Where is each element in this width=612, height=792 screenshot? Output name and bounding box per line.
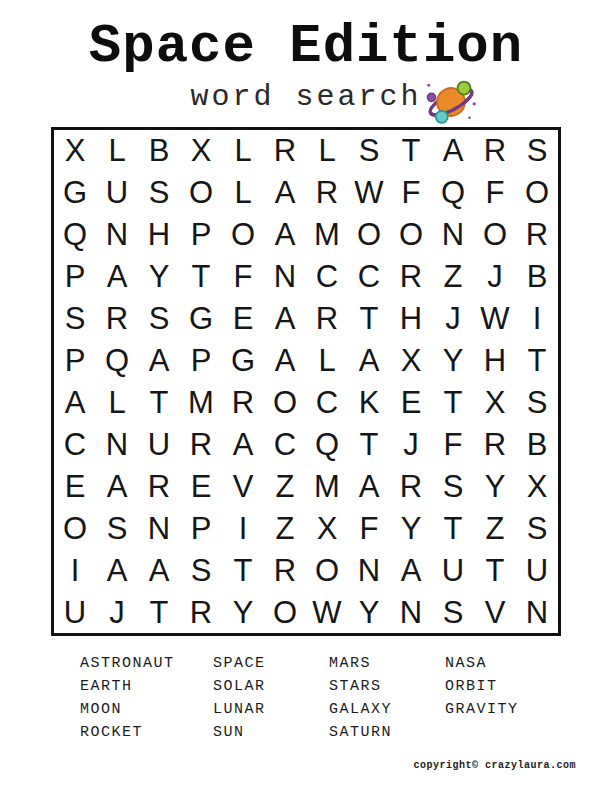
grid-cell[interactable]: L	[222, 172, 264, 214]
grid-cell[interactable]: S	[138, 298, 180, 340]
grid-cell[interactable]: I	[516, 298, 558, 340]
grid-cell[interactable]: U	[432, 549, 474, 591]
grid-cell[interactable]: S	[432, 465, 474, 507]
grid-cell[interactable]: S	[180, 549, 222, 591]
grid-cell[interactable]: A	[264, 172, 306, 214]
grid-cell[interactable]: A	[264, 298, 306, 340]
grid-cell[interactable]: J	[96, 591, 138, 633]
grid-cell[interactable]: G	[180, 298, 222, 340]
grid-cell[interactable]: A	[348, 465, 390, 507]
grid-cell[interactable]: Q	[96, 340, 138, 382]
page-subtitle: word search	[190, 80, 421, 114]
grid-cell[interactable]: A	[138, 340, 180, 382]
grid-cell[interactable]: T	[516, 340, 558, 382]
grid-cell[interactable]: N	[264, 256, 306, 298]
grid-cell[interactable]: S	[516, 382, 558, 424]
worksheet-page: Space Edition word search XLBXLRLSTARSGU…	[0, 0, 612, 792]
grid-cell[interactable]: A	[96, 549, 138, 591]
grid-cell[interactable]: F	[348, 507, 390, 549]
word-item: STARS	[329, 675, 445, 698]
grid-cell[interactable]: J	[432, 298, 474, 340]
grid-cell[interactable]: R	[264, 130, 306, 172]
grid-cell[interactable]: M	[180, 382, 222, 424]
grid-cell[interactable]: R	[180, 423, 222, 465]
grid-cell[interactable]: Z	[432, 256, 474, 298]
grid-cell[interactable]: B	[516, 256, 558, 298]
grid-cell[interactable]: G	[222, 340, 264, 382]
grid-cell[interactable]: I	[54, 549, 96, 591]
grid-cell[interactable]: M	[306, 214, 348, 256]
grid-cell[interactable]: N	[96, 423, 138, 465]
grid-cell[interactable]: P	[54, 340, 96, 382]
grid-cell[interactable]: L	[222, 130, 264, 172]
grid-cell[interactable]: W	[306, 591, 348, 633]
grid-cell[interactable]: O	[264, 382, 306, 424]
grid-cell[interactable]: X	[306, 507, 348, 549]
word-item: LUNAR	[213, 698, 329, 721]
grid-cell[interactable]: U	[54, 591, 96, 633]
grid-cell[interactable]: T	[348, 423, 390, 465]
grid-cell[interactable]: T	[390, 130, 432, 172]
grid-cell[interactable]: A	[264, 214, 306, 256]
word-item: SOLAR	[213, 675, 329, 698]
word-list: ASTRONAUTEARTHMOONROCKETSPACESOLARLUNARS…	[80, 652, 519, 744]
word-list-column: SPACESOLARLUNARSUN	[213, 652, 329, 744]
grid-cell[interactable]: C	[306, 256, 348, 298]
grid-cell[interactable]: F	[474, 172, 516, 214]
grid-cell[interactable]: F	[390, 172, 432, 214]
grid-cell[interactable]: R	[306, 298, 348, 340]
grid-cell[interactable]: O	[222, 214, 264, 256]
grid-cell[interactable]: L	[96, 130, 138, 172]
grid-cell[interactable]: A	[348, 340, 390, 382]
grid-cell[interactable]: Y	[390, 507, 432, 549]
word-item: SPACE	[213, 652, 329, 675]
grid-cell[interactable]: T	[180, 256, 222, 298]
grid-cell[interactable]: Z	[264, 465, 306, 507]
grid-cell[interactable]: R	[264, 549, 306, 591]
planet-icon	[423, 76, 479, 128]
grid-cell[interactable]: A	[222, 423, 264, 465]
grid-cell[interactable]: F	[222, 256, 264, 298]
grid-cell[interactable]: F	[432, 423, 474, 465]
grid-cell[interactable]: S	[54, 298, 96, 340]
grid-cell[interactable]: O	[516, 172, 558, 214]
grid-cell[interactable]: L	[96, 382, 138, 424]
grid-cell[interactable]: P	[180, 507, 222, 549]
grid-cell[interactable]: I	[222, 507, 264, 549]
grid-cell[interactable]: L	[306, 130, 348, 172]
grid-cell[interactable]: P	[180, 214, 222, 256]
grid-cell[interactable]: R	[96, 298, 138, 340]
grid-cell[interactable]: P	[180, 340, 222, 382]
grid-cell[interactable]: Q	[54, 214, 96, 256]
word-item: SATURN	[329, 721, 445, 744]
word-list-column: ASTRONAUTEARTHMOONROCKET	[80, 652, 213, 744]
grid-cell[interactable]: Q	[306, 423, 348, 465]
page-title: Space Edition	[0, 16, 612, 77]
grid-cell[interactable]: T	[348, 298, 390, 340]
grid-cell[interactable]: B	[138, 130, 180, 172]
grid-cell[interactable]: S	[516, 130, 558, 172]
grid-cell[interactable]: T	[222, 549, 264, 591]
word-item: NASA	[445, 652, 519, 675]
wordsearch-grid: XLBXLRLSTARSGUSOLARWFQFOQNHPOAMOONORPAYT…	[51, 127, 561, 636]
grid-cell[interactable]: O	[474, 214, 516, 256]
grid-cell[interactable]: R	[390, 256, 432, 298]
grid-cell[interactable]: X	[516, 465, 558, 507]
grid-cell[interactable]: R	[516, 214, 558, 256]
grid-cell[interactable]: O	[180, 172, 222, 214]
word-item: SUN	[213, 721, 329, 744]
grid-cell[interactable]: U	[516, 549, 558, 591]
grid-cell[interactable]: N	[516, 591, 558, 633]
grid-cell[interactable]: G	[54, 172, 96, 214]
grid-cell[interactable]: Y	[222, 591, 264, 633]
grid-cell[interactable]: N	[138, 507, 180, 549]
grid-cell[interactable]: T	[432, 382, 474, 424]
grid-cell[interactable]: E	[180, 465, 222, 507]
word-item: MARS	[329, 652, 445, 675]
grid-cell[interactable]: V	[222, 465, 264, 507]
grid-cell[interactable]: R	[390, 465, 432, 507]
grid-cell[interactable]: Z	[474, 507, 516, 549]
grid-cell[interactable]: R	[306, 172, 348, 214]
grid-cell[interactable]: O	[348, 214, 390, 256]
grid-cell[interactable]: X	[474, 382, 516, 424]
grid-cell[interactable]: J	[390, 423, 432, 465]
grid-cell[interactable]: L	[306, 340, 348, 382]
grid-cell[interactable]: E	[54, 465, 96, 507]
grid-cell[interactable]: O	[54, 507, 96, 549]
word-item: GRAVITY	[445, 698, 519, 721]
grid-cell[interactable]: M	[306, 465, 348, 507]
word-item: GALAXY	[329, 698, 445, 721]
grid-cell[interactable]: Q	[432, 172, 474, 214]
grid-cell[interactable]: T	[432, 507, 474, 549]
grid-cell[interactable]: R	[138, 465, 180, 507]
grid-cell[interactable]: A	[390, 549, 432, 591]
grid-cell[interactable]: W	[348, 172, 390, 214]
grid-cell[interactable]: N	[348, 549, 390, 591]
grid-cell[interactable]: O	[390, 214, 432, 256]
grid-cell[interactable]: A	[138, 549, 180, 591]
grid-cell[interactable]: Y	[348, 591, 390, 633]
grid-cell[interactable]: C	[306, 382, 348, 424]
grid-cell[interactable]: E	[390, 382, 432, 424]
grid-cell[interactable]: U	[138, 423, 180, 465]
grid-cell[interactable]: A	[432, 130, 474, 172]
grid-cell[interactable]: R	[474, 130, 516, 172]
grid-cell[interactable]: T	[474, 549, 516, 591]
grid-cell[interactable]: Z	[264, 507, 306, 549]
word-item: EARTH	[80, 675, 213, 698]
grid-cell[interactable]: K	[348, 382, 390, 424]
grid-cell[interactable]: T	[138, 382, 180, 424]
grid-cell[interactable]: T	[138, 591, 180, 633]
grid-cell[interactable]: R	[474, 423, 516, 465]
word-item: ASTRONAUT	[80, 652, 213, 675]
grid-cell[interactable]: R	[222, 382, 264, 424]
grid-cell[interactable]: Y	[432, 340, 474, 382]
grid-cell[interactable]: H	[138, 214, 180, 256]
grid-cell[interactable]: W	[474, 298, 516, 340]
grid-cell[interactable]: O	[306, 549, 348, 591]
grid-cell[interactable]: N	[96, 214, 138, 256]
grid-cell[interactable]: S	[348, 130, 390, 172]
grid-cell[interactable]: S	[516, 507, 558, 549]
grid-cell[interactable]: O	[264, 591, 306, 633]
grid-cell[interactable]: Y	[474, 465, 516, 507]
grid-cell[interactable]: A	[264, 340, 306, 382]
grid-cell[interactable]: N	[432, 214, 474, 256]
grid-cell[interactable]: Y	[138, 256, 180, 298]
grid-cell[interactable]: S	[138, 172, 180, 214]
grid-cell[interactable]: X	[180, 130, 222, 172]
grid-cell[interactable]: X	[54, 130, 96, 172]
grid-cell[interactable]: J	[474, 256, 516, 298]
grid-cell[interactable]: C	[54, 423, 96, 465]
word-list-column: NASAORBITGRAVITY	[445, 652, 519, 744]
grid-cell[interactable]: C	[264, 423, 306, 465]
grid-cell[interactable]: A	[96, 256, 138, 298]
grid-cell[interactable]: A	[96, 465, 138, 507]
grid-cell[interactable]: B	[516, 423, 558, 465]
copyright-text: copyright© crazylaura.com	[413, 760, 576, 771]
grid-cell[interactable]: P	[54, 256, 96, 298]
grid-cell[interactable]: V	[474, 591, 516, 633]
grid-cell[interactable]: A	[54, 382, 96, 424]
word-item: MOON	[80, 698, 213, 721]
grid-cell[interactable]: X	[390, 340, 432, 382]
grid-cell[interactable]: U	[96, 172, 138, 214]
grid-cell[interactable]: S	[96, 507, 138, 549]
grid-cell[interactable]: S	[432, 591, 474, 633]
word-list-column: MARSSTARSGALAXYSATURN	[329, 652, 445, 744]
grid-cell[interactable]: C	[348, 256, 390, 298]
word-item: ROCKET	[80, 721, 213, 744]
word-item: ORBIT	[445, 675, 519, 698]
grid-cell[interactable]: R	[180, 591, 222, 633]
grid-cell[interactable]: E	[222, 298, 264, 340]
grid-cell[interactable]: N	[390, 591, 432, 633]
grid-cell[interactable]: H	[474, 340, 516, 382]
grid-cell[interactable]: H	[390, 298, 432, 340]
